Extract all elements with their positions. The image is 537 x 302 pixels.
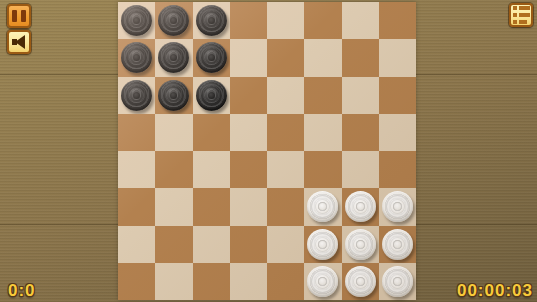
square-a7[interactable]	[118, 39, 155, 76]
square-e7[interactable]	[267, 39, 304, 76]
white-piece[interactable]	[345, 266, 376, 297]
square-d2[interactable]	[230, 226, 267, 263]
square-h5[interactable]	[379, 114, 416, 151]
square-c6[interactable]	[193, 77, 230, 114]
square-f8[interactable]	[304, 2, 341, 39]
square-b8[interactable]	[155, 2, 192, 39]
white-piece[interactable]	[382, 266, 413, 297]
square-f1[interactable]	[304, 263, 341, 300]
square-b2[interactable]	[155, 226, 192, 263]
square-g8[interactable]	[342, 2, 379, 39]
white-piece[interactable]	[345, 229, 376, 260]
square-b7[interactable]	[155, 39, 192, 76]
square-e6[interactable]	[267, 77, 304, 114]
black-piece[interactable]	[121, 80, 152, 111]
square-b6[interactable]	[155, 77, 192, 114]
black-piece[interactable]	[196, 5, 227, 36]
square-b5[interactable]	[155, 114, 192, 151]
black-piece[interactable]	[121, 42, 152, 73]
square-e5[interactable]	[267, 114, 304, 151]
square-b1[interactable]	[155, 263, 192, 300]
square-g1[interactable]	[342, 263, 379, 300]
square-c2[interactable]	[193, 226, 230, 263]
square-c5[interactable]	[193, 114, 230, 151]
menu-list-icon	[513, 6, 530, 24]
square-c3[interactable]	[193, 188, 230, 225]
square-g3[interactable]	[342, 188, 379, 225]
pause-icon	[12, 10, 26, 22]
square-e4[interactable]	[267, 151, 304, 188]
square-d4[interactable]	[230, 151, 267, 188]
square-a6[interactable]	[118, 77, 155, 114]
square-f2[interactable]	[304, 226, 341, 263]
speaker-icon	[12, 35, 26, 49]
square-h4[interactable]	[379, 151, 416, 188]
square-g7[interactable]	[342, 39, 379, 76]
square-g4[interactable]	[342, 151, 379, 188]
square-g5[interactable]	[342, 114, 379, 151]
board	[118, 2, 416, 300]
black-piece[interactable]	[196, 80, 227, 111]
black-piece[interactable]	[121, 5, 152, 36]
white-piece[interactable]	[307, 229, 338, 260]
square-c4[interactable]	[193, 151, 230, 188]
square-a1[interactable]	[118, 263, 155, 300]
white-piece[interactable]	[382, 229, 413, 260]
square-e3[interactable]	[267, 188, 304, 225]
square-a4[interactable]	[118, 151, 155, 188]
white-piece[interactable]	[307, 266, 338, 297]
black-piece[interactable]	[196, 42, 227, 73]
white-piece[interactable]	[382, 191, 413, 222]
pause-button[interactable]	[7, 4, 31, 28]
score-display: 0:0	[8, 281, 36, 301]
square-h6[interactable]	[379, 77, 416, 114]
square-a3[interactable]	[118, 188, 155, 225]
square-g6[interactable]	[342, 77, 379, 114]
black-piece[interactable]	[158, 5, 189, 36]
square-h2[interactable]	[379, 226, 416, 263]
square-h7[interactable]	[379, 39, 416, 76]
square-a5[interactable]	[118, 114, 155, 151]
square-f6[interactable]	[304, 77, 341, 114]
square-c7[interactable]	[193, 39, 230, 76]
square-a8[interactable]	[118, 2, 155, 39]
square-b3[interactable]	[155, 188, 192, 225]
square-h1[interactable]	[379, 263, 416, 300]
checkers-game-screen: { "game": "Checkers — Corners (Ugolki), …	[0, 0, 537, 302]
square-e1[interactable]	[267, 263, 304, 300]
square-b4[interactable]	[155, 151, 192, 188]
square-d8[interactable]	[230, 2, 267, 39]
white-piece[interactable]	[345, 191, 376, 222]
square-c1[interactable]	[193, 263, 230, 300]
square-f5[interactable]	[304, 114, 341, 151]
square-f4[interactable]	[304, 151, 341, 188]
black-piece[interactable]	[158, 80, 189, 111]
square-f3[interactable]	[304, 188, 341, 225]
square-h8[interactable]	[379, 2, 416, 39]
menu-button[interactable]	[509, 3, 533, 27]
square-f7[interactable]	[304, 39, 341, 76]
sound-button[interactable]	[7, 30, 31, 54]
square-d3[interactable]	[230, 188, 267, 225]
square-e8[interactable]	[267, 2, 304, 39]
square-e2[interactable]	[267, 226, 304, 263]
black-piece[interactable]	[158, 42, 189, 73]
square-a2[interactable]	[118, 226, 155, 263]
square-d5[interactable]	[230, 114, 267, 151]
square-d1[interactable]	[230, 263, 267, 300]
square-c8[interactable]	[193, 2, 230, 39]
white-piece[interactable]	[307, 191, 338, 222]
square-d6[interactable]	[230, 77, 267, 114]
timer-display: 00:00:03	[457, 281, 533, 301]
square-g2[interactable]	[342, 226, 379, 263]
square-h3[interactable]	[379, 188, 416, 225]
square-d7[interactable]	[230, 39, 267, 76]
